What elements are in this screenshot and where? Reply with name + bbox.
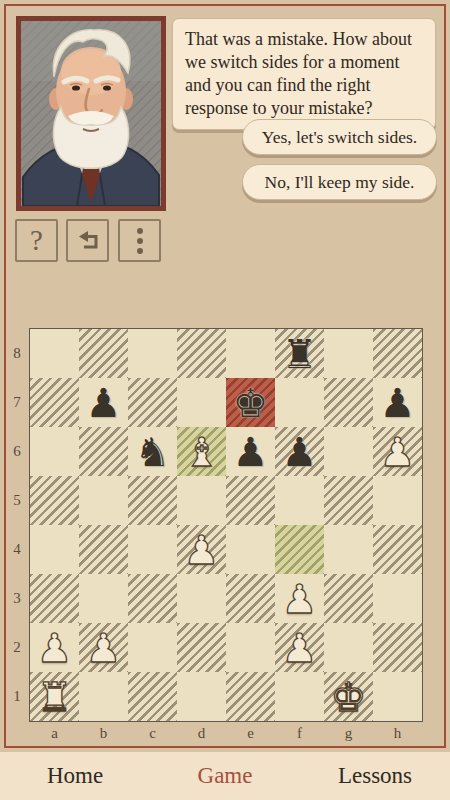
square-h5[interactable]: [373, 476, 422, 525]
square-e8[interactable]: [226, 329, 275, 378]
white-pawn-b2: ♟: [86, 628, 122, 668]
square-a1[interactable]: ♜: [30, 672, 79, 721]
rank-label-1: 1: [9, 672, 25, 721]
switch-sides-yes-button[interactable]: Yes, let's switch sides.: [242, 119, 437, 155]
square-b8[interactable]: [79, 329, 128, 378]
square-f8[interactable]: ♜: [275, 329, 324, 378]
vertical-dots-icon: [137, 228, 143, 254]
rank-label-5: 5: [9, 476, 25, 525]
square-e7[interactable]: ♚: [226, 378, 275, 427]
square-b5[interactable]: [79, 476, 128, 525]
switch-sides-no-button[interactable]: No, I'll keep my side.: [242, 164, 437, 200]
square-d7[interactable]: [177, 378, 226, 427]
square-h4[interactable]: [373, 525, 422, 574]
square-e4[interactable]: [226, 525, 275, 574]
square-g8[interactable]: [324, 329, 373, 378]
square-a7[interactable]: [30, 378, 79, 427]
square-e2[interactable]: [226, 623, 275, 672]
white-bishop-d6: ♝: [184, 432, 220, 472]
file-label-g: g: [324, 722, 373, 742]
square-h3[interactable]: [373, 574, 422, 623]
square-d1[interactable]: [177, 672, 226, 721]
white-pawn-h6: ♟: [380, 432, 416, 472]
square-f7[interactable]: [275, 378, 324, 427]
white-pawn-f2: ♟: [282, 628, 318, 668]
black-pawn-b7: ♟: [86, 383, 122, 423]
square-d3[interactable]: [177, 574, 226, 623]
rank-label-3: 3: [9, 574, 25, 623]
square-c1[interactable]: [128, 672, 177, 721]
rank-label-2: 2: [9, 623, 25, 672]
square-b7[interactable]: ♟: [79, 378, 128, 427]
nav-lessons[interactable]: Lessons: [300, 763, 450, 789]
square-f2[interactable]: ♟: [275, 623, 324, 672]
square-g4[interactable]: [324, 525, 373, 574]
square-g1[interactable]: ♚: [324, 672, 373, 721]
square-a4[interactable]: [30, 525, 79, 574]
portrait-illustration: [21, 21, 161, 206]
nav-game[interactable]: Game: [150, 763, 300, 789]
square-h6[interactable]: ♟: [373, 427, 422, 476]
square-a2[interactable]: ♟: [30, 623, 79, 672]
square-e3[interactable]: [226, 574, 275, 623]
square-f3[interactable]: ♟: [275, 574, 324, 623]
file-label-d: d: [177, 722, 226, 742]
square-a5[interactable]: [30, 476, 79, 525]
square-e5[interactable]: [226, 476, 275, 525]
rank-label-8: 8: [9, 329, 25, 378]
white-rook-a1: ♜: [37, 677, 73, 717]
square-f6[interactable]: ♟: [275, 427, 324, 476]
rank-label-6: 6: [9, 427, 25, 476]
file-label-a: a: [30, 722, 79, 742]
white-pawn-f3: ♟: [282, 579, 318, 619]
square-c6[interactable]: ♞: [128, 427, 177, 476]
file-label-f: f: [275, 722, 324, 742]
square-f1[interactable]: [275, 672, 324, 721]
square-d6[interactable]: ♝: [177, 427, 226, 476]
square-h7[interactable]: ♟: [373, 378, 422, 427]
square-f5[interactable]: [275, 476, 324, 525]
square-g7[interactable]: [324, 378, 373, 427]
square-g3[interactable]: [324, 574, 373, 623]
black-pawn-e6: ♟: [233, 432, 269, 472]
square-a3[interactable]: [30, 574, 79, 623]
square-h1[interactable]: [373, 672, 422, 721]
black-king-e7: ♚: [233, 383, 269, 423]
square-d8[interactable]: [177, 329, 226, 378]
black-pawn-h7: ♟: [380, 383, 416, 423]
chess-board: ♜♟♚♟♞♝♟♟♟♟♟♟♟♟♜♚: [29, 328, 423, 722]
app-root: That was a mistake. How about we switch …: [0, 0, 450, 800]
square-h2[interactable]: [373, 623, 422, 672]
dialog-bubble: That was a mistake. How about we switch …: [172, 18, 436, 130]
square-b2[interactable]: ♟: [79, 623, 128, 672]
nav-home[interactable]: Home: [0, 763, 150, 789]
square-d5[interactable]: [177, 476, 226, 525]
white-pawn-d4: ♟: [184, 530, 220, 570]
file-labels: abcdefgh: [30, 722, 422, 742]
square-c2[interactable]: [128, 623, 177, 672]
square-c5[interactable]: [128, 476, 177, 525]
rank-label-4: 4: [9, 525, 25, 574]
square-c3[interactable]: [128, 574, 177, 623]
square-g6[interactable]: [324, 427, 373, 476]
square-c4[interactable]: [128, 525, 177, 574]
square-h8[interactable]: [373, 329, 422, 378]
dialog-message: That was a mistake. How about we switch …: [185, 29, 412, 118]
dr-wolf-portrait: [16, 16, 166, 211]
square-a8[interactable]: [30, 329, 79, 378]
rank-labels: 87654321: [9, 329, 25, 721]
square-c8[interactable]: [128, 329, 177, 378]
chess-board-area: 87654321 ♜♟♚♟♞♝♟♟♟♟♟♟♟♟♜♚ abcdefgh: [29, 328, 423, 722]
black-rook-f8: ♜: [282, 334, 318, 374]
square-e1[interactable]: [226, 672, 275, 721]
white-king-g1: ♚: [331, 677, 367, 717]
square-g5[interactable]: [324, 476, 373, 525]
file-label-h: h: [373, 722, 422, 742]
square-b6[interactable]: [79, 427, 128, 476]
square-c7[interactable]: [128, 378, 177, 427]
black-knight-c6: ♞: [135, 432, 171, 472]
file-label-b: b: [79, 722, 128, 742]
file-label-c: c: [128, 722, 177, 742]
square-a6[interactable]: [30, 427, 79, 476]
square-f4[interactable]: [275, 525, 324, 574]
undo-button[interactable]: [66, 219, 109, 262]
bottom-nav: Home Game Lessons: [0, 752, 450, 800]
white-pawn-a2: ♟: [37, 628, 73, 668]
square-d2[interactable]: [177, 623, 226, 672]
help-button[interactable]: ?: [15, 219, 58, 262]
square-b4[interactable]: [79, 525, 128, 574]
square-b3[interactable]: [79, 574, 128, 623]
rank-label-7: 7: [9, 378, 25, 427]
file-label-e: e: [226, 722, 275, 742]
square-e6[interactable]: ♟: [226, 427, 275, 476]
square-b1[interactable]: [79, 672, 128, 721]
question-mark-icon: ?: [30, 224, 43, 257]
undo-arrow-icon: [77, 230, 99, 252]
square-d4[interactable]: ♟: [177, 525, 226, 574]
menu-button[interactable]: [118, 219, 161, 262]
square-g2[interactable]: [324, 623, 373, 672]
black-pawn-f6: ♟: [282, 432, 318, 472]
